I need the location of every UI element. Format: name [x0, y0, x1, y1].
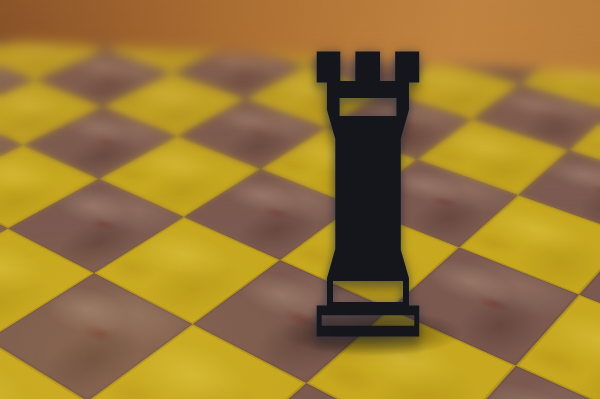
black-rook-piece: ♜: [286, 60, 449, 345]
scene: ♜: [0, 0, 600, 399]
rook-glyph: ♜: [286, 0, 449, 399]
